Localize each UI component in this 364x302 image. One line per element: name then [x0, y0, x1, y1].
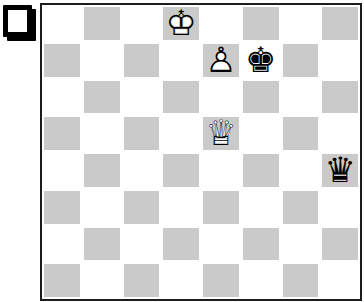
square-g8[interactable]: [281, 5, 321, 42]
square-d6[interactable]: [161, 79, 201, 116]
white-to-move-indicator: [3, 5, 32, 37]
piece-white-king[interactable]: ♚♔: [163, 7, 199, 40]
square-f7[interactable]: ♚: [241, 42, 281, 79]
square-c7[interactable]: [122, 42, 162, 79]
square-h3[interactable]: [320, 189, 360, 226]
square-c8[interactable]: [122, 5, 162, 42]
square-g4[interactable]: [281, 152, 321, 189]
square-e3[interactable]: [201, 189, 241, 226]
square-b2[interactable]: [82, 226, 122, 263]
square-h8[interactable]: [320, 5, 360, 42]
square-b5[interactable]: [82, 115, 122, 152]
square-d5[interactable]: [161, 115, 201, 152]
square-h7[interactable]: [320, 42, 360, 79]
square-h4[interactable]: ♛: [320, 152, 360, 189]
chess-diagram: ♚♔♟♙♚♛♕♛: [0, 0, 364, 302]
piece-black-king[interactable]: ♚: [241, 42, 281, 79]
square-f6[interactable]: [241, 79, 281, 116]
square-g5[interactable]: [281, 115, 321, 152]
square-h1[interactable]: [320, 262, 360, 299]
chess-board: ♚♔♟♙♚♛♕♛: [40, 3, 362, 301]
square-d1[interactable]: [161, 262, 201, 299]
square-a2[interactable]: [42, 226, 82, 263]
square-d3[interactable]: [161, 189, 201, 226]
square-f4[interactable]: [241, 152, 281, 189]
square-f5[interactable]: [241, 115, 281, 152]
square-c6[interactable]: [122, 79, 162, 116]
piece-white-pawn[interactable]: ♟♙: [203, 44, 239, 77]
square-c5[interactable]: [122, 115, 162, 152]
square-f8[interactable]: [241, 5, 281, 42]
square-a4[interactable]: [42, 152, 82, 189]
square-b1[interactable]: [82, 262, 122, 299]
piece-black-queen[interactable]: ♛: [322, 154, 358, 187]
square-f1[interactable]: [241, 262, 281, 299]
square-f2[interactable]: [241, 226, 281, 263]
square-e5[interactable]: ♛♕: [201, 115, 241, 152]
square-d4[interactable]: [161, 152, 201, 189]
square-a7[interactable]: [42, 42, 82, 79]
square-g6[interactable]: [281, 79, 321, 116]
square-b7[interactable]: [82, 42, 122, 79]
square-a8[interactable]: [42, 5, 82, 42]
square-d2[interactable]: [161, 226, 201, 263]
square-b3[interactable]: [82, 189, 122, 226]
square-h5[interactable]: [320, 115, 360, 152]
square-g1[interactable]: [281, 262, 321, 299]
square-d8[interactable]: ♚♔: [161, 5, 201, 42]
square-e2[interactable]: [201, 226, 241, 263]
square-g2[interactable]: [281, 226, 321, 263]
square-g3[interactable]: [281, 189, 321, 226]
square-c1[interactable]: [122, 262, 162, 299]
square-e1[interactable]: [201, 262, 241, 299]
square-c4[interactable]: [122, 152, 162, 189]
square-a3[interactable]: [42, 189, 82, 226]
square-b4[interactable]: [82, 152, 122, 189]
square-c3[interactable]: [122, 189, 162, 226]
square-h2[interactable]: [320, 226, 360, 263]
square-e6[interactable]: [201, 79, 241, 116]
square-e4[interactable]: [201, 152, 241, 189]
square-a5[interactable]: [42, 115, 82, 152]
square-d7[interactable]: [161, 42, 201, 79]
square-e8[interactable]: [201, 5, 241, 42]
square-f3[interactable]: [241, 189, 281, 226]
square-g7[interactable]: [281, 42, 321, 79]
square-c2[interactable]: [122, 226, 162, 263]
square-b8[interactable]: [82, 5, 122, 42]
square-a1[interactable]: [42, 262, 82, 299]
square-h6[interactable]: [320, 79, 360, 116]
square-e7[interactable]: ♟♙: [201, 42, 241, 79]
square-b6[interactable]: [82, 79, 122, 116]
piece-white-queen[interactable]: ♛♕: [203, 117, 239, 150]
square-a6[interactable]: [42, 79, 82, 116]
